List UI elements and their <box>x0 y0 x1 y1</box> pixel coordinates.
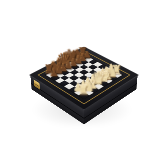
piece-black-pawn[interactable]: ♟ <box>83 50 92 59</box>
square-f6[interactable] <box>79 64 88 69</box>
square-e7[interactable]: ♟ <box>70 64 79 69</box>
square-h8[interactable]: ♜ <box>80 55 89 60</box>
piece-black-pawn[interactable]: ♟ <box>69 58 78 68</box>
square-g6[interactable] <box>84 62 93 67</box>
square-g7[interactable]: ♟ <box>79 59 88 64</box>
piece-black-king[interactable]: ♚ <box>62 49 77 65</box>
brass-latch-icon <box>34 80 40 90</box>
square-e6[interactable] <box>75 67 84 72</box>
square-g8[interactable]: ♞ <box>75 57 84 62</box>
piece-black-rook[interactable]: ♜ <box>78 46 88 57</box>
piece-black-bishop[interactable]: ♝ <box>68 49 80 62</box>
piece-black-pawn[interactable]: ♟ <box>49 68 58 78</box>
piece-black-pawn[interactable]: ♟ <box>79 53 88 63</box>
chess-set-scene: ♜♞♝♛♚♝♞♜♟♟♟♟♟♟♟♟♟♟♟♟♟♟♟♟♜♞♝♛♚♝♞♜ <box>45 36 123 114</box>
square-d7[interactable]: ♟ <box>65 67 74 72</box>
piece-black-knight[interactable]: ♞ <box>73 48 84 60</box>
chess-case-lid: ♜♞♝♛♚♝♞♜♟♟♟♟♟♟♟♟♟♟♟♟♟♟♟♟♜♞♝♛♚♝♞♜ <box>29 46 139 110</box>
product-photo: ♜♞♝♛♚♝♞♜♟♟♟♟♟♟♟♟♟♟♟♟♟♟♟♟♜♞♝♛♚♝♞♜ <box>0 0 156 156</box>
piece-black-pawn[interactable]: ♟ <box>64 60 73 70</box>
square-h7[interactable]: ♟ <box>84 57 93 62</box>
piece-black-pawn[interactable]: ♟ <box>74 55 83 65</box>
square-f7[interactable]: ♟ <box>75 62 84 67</box>
square-d6[interactable] <box>70 70 79 75</box>
piece-white-rook[interactable]: ♜ <box>77 83 89 96</box>
square-f8[interactable]: ♝ <box>70 59 79 64</box>
square-e8[interactable]: ♚ <box>66 62 75 67</box>
